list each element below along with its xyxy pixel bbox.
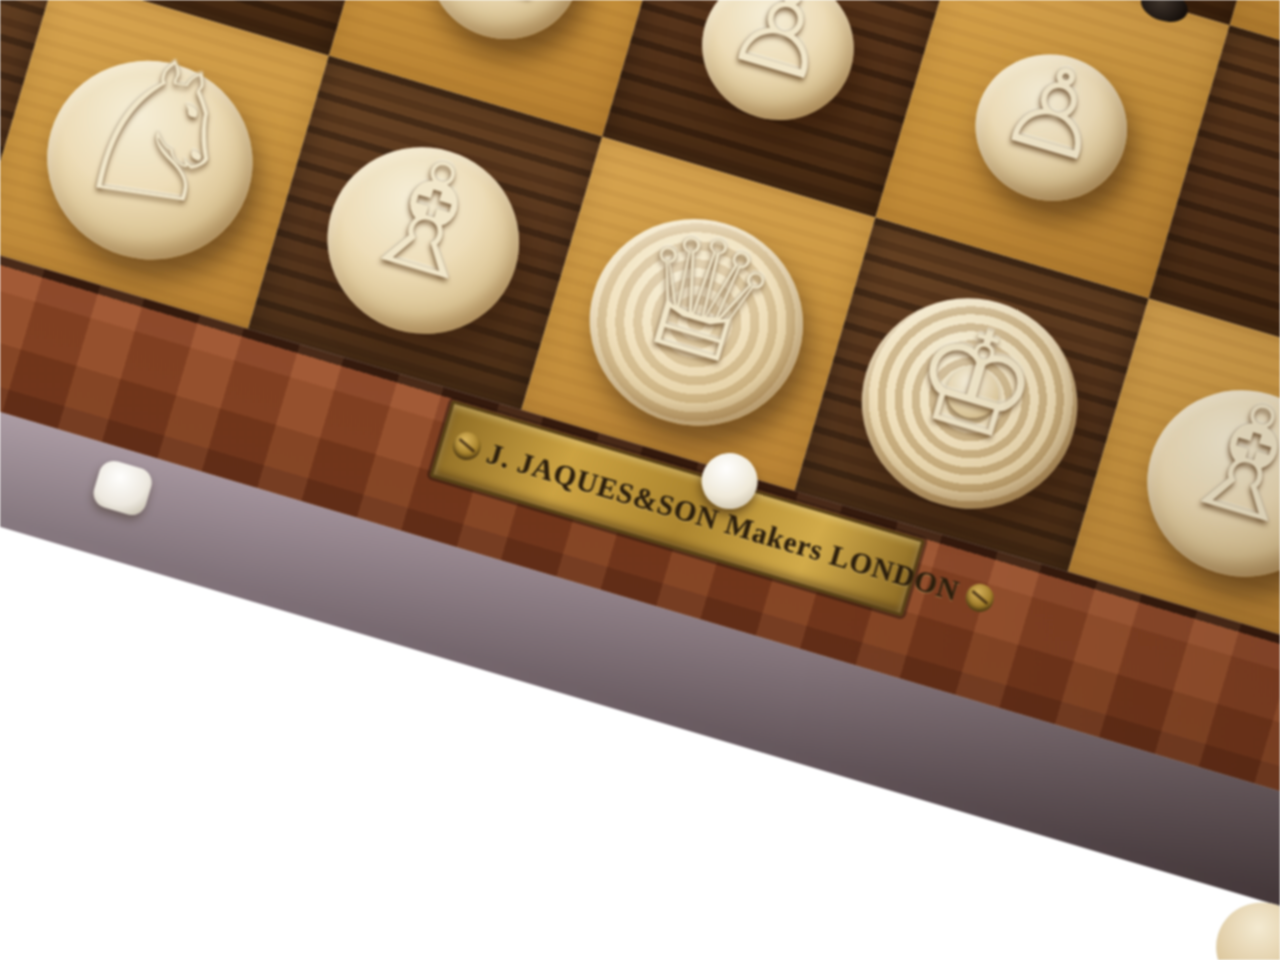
photo-area: J. JAQUES&SON Makers LONDON ♘♗♕♔♗♙♙♙	[0, 0, 1280, 960]
bishop-glyph: ♗	[1162, 369, 1280, 553]
chess-board: J. JAQUES&SON Makers LONDON ♘♗♕♔♗♙♙♙	[0, 0, 1280, 960]
product-photo: { "game": "chess", "plaque": { "text": "…	[0, 0, 1280, 960]
plaque-screw-left	[449, 429, 484, 464]
knight-glyph: ♘	[61, 25, 255, 236]
